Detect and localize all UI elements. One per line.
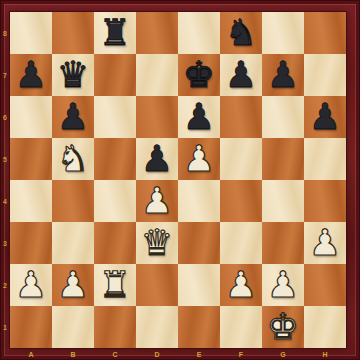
file-label-h: H xyxy=(304,348,346,360)
square-b2[interactable]: ♟ xyxy=(52,264,94,306)
black-pawn[interactable]: ♟ xyxy=(225,54,257,96)
square-d5[interactable]: ♟ xyxy=(136,138,178,180)
square-c6[interactable] xyxy=(94,96,136,138)
white-pawn[interactable]: ♟ xyxy=(15,264,47,306)
white-pawn[interactable]: ♟ xyxy=(141,180,173,222)
board[interactable]: ♜♞♟♛♚♟♟♟♟♟♞♟♟♟♛♟♟♟♜♟♟♚ xyxy=(10,12,346,348)
black-pawn[interactable]: ♟ xyxy=(57,96,89,138)
square-a8[interactable] xyxy=(10,12,52,54)
square-d1[interactable] xyxy=(136,306,178,348)
square-d3[interactable]: ♛ xyxy=(136,222,178,264)
square-e5[interactable]: ♟ xyxy=(178,138,220,180)
square-h2[interactable] xyxy=(304,264,346,306)
square-g3[interactable] xyxy=(262,222,304,264)
square-d4[interactable]: ♟ xyxy=(136,180,178,222)
rank-label-1: 1 xyxy=(0,306,10,348)
white-pawn[interactable]: ♟ xyxy=(225,264,257,306)
white-pawn[interactable]: ♟ xyxy=(309,222,341,264)
square-h6[interactable]: ♟ xyxy=(304,96,346,138)
square-f1[interactable] xyxy=(220,306,262,348)
black-king[interactable]: ♚ xyxy=(183,54,215,96)
square-b3[interactable] xyxy=(52,222,94,264)
square-b8[interactable] xyxy=(52,12,94,54)
white-pawn[interactable]: ♟ xyxy=(183,138,215,180)
black-rook[interactable]: ♜ xyxy=(99,12,131,54)
black-knight[interactable]: ♞ xyxy=(225,12,257,54)
rank-label-5: 5 xyxy=(0,138,10,180)
square-b4[interactable] xyxy=(52,180,94,222)
square-b1[interactable] xyxy=(52,306,94,348)
square-f3[interactable] xyxy=(220,222,262,264)
black-pawn[interactable]: ♟ xyxy=(141,138,173,180)
file-label-f: F xyxy=(220,348,262,360)
rank-label-3: 3 xyxy=(0,222,10,264)
square-a2[interactable]: ♟ xyxy=(10,264,52,306)
file-labels: A B C D E F G H xyxy=(10,348,346,360)
white-queen[interactable]: ♛ xyxy=(141,222,173,264)
rank-label-2: 2 xyxy=(0,264,10,306)
square-b6[interactable]: ♟ xyxy=(52,96,94,138)
square-a3[interactable] xyxy=(10,222,52,264)
square-d8[interactable] xyxy=(136,12,178,54)
square-f5[interactable] xyxy=(220,138,262,180)
square-g7[interactable]: ♟ xyxy=(262,54,304,96)
file-label-g: G xyxy=(262,348,304,360)
white-pawn[interactable]: ♟ xyxy=(57,264,89,306)
square-c4[interactable] xyxy=(94,180,136,222)
square-h5[interactable] xyxy=(304,138,346,180)
square-h3[interactable]: ♟ xyxy=(304,222,346,264)
square-f4[interactable] xyxy=(220,180,262,222)
square-g1[interactable]: ♚ xyxy=(262,306,304,348)
rank-label-4: 4 xyxy=(0,180,10,222)
black-pawn[interactable]: ♟ xyxy=(183,96,215,138)
black-pawn[interactable]: ♟ xyxy=(15,54,47,96)
file-label-d: D xyxy=(136,348,178,360)
square-h8[interactable] xyxy=(304,12,346,54)
square-e4[interactable] xyxy=(178,180,220,222)
square-a1[interactable] xyxy=(10,306,52,348)
square-a6[interactable] xyxy=(10,96,52,138)
board-frame: 8 7 6 5 4 3 2 1 ♜♞♟♛♚♟♟♟♟♟♞♟♟♟♛♟♟♟♜♟♟♚ A… xyxy=(0,0,360,360)
square-e7[interactable]: ♚ xyxy=(178,54,220,96)
square-a4[interactable] xyxy=(10,180,52,222)
square-c3[interactable] xyxy=(94,222,136,264)
square-e2[interactable] xyxy=(178,264,220,306)
square-e1[interactable] xyxy=(178,306,220,348)
square-f7[interactable]: ♟ xyxy=(220,54,262,96)
square-d7[interactable] xyxy=(136,54,178,96)
file-label-a: A xyxy=(10,348,52,360)
square-b5[interactable]: ♞ xyxy=(52,138,94,180)
square-c1[interactable] xyxy=(94,306,136,348)
square-g4[interactable] xyxy=(262,180,304,222)
square-a7[interactable]: ♟ xyxy=(10,54,52,96)
white-king[interactable]: ♚ xyxy=(267,306,299,348)
square-e3[interactable] xyxy=(178,222,220,264)
square-f2[interactable]: ♟ xyxy=(220,264,262,306)
square-h4[interactable] xyxy=(304,180,346,222)
square-g5[interactable] xyxy=(262,138,304,180)
rank-label-6: 6 xyxy=(0,96,10,138)
rank-label-7: 7 xyxy=(0,54,10,96)
square-d6[interactable] xyxy=(136,96,178,138)
square-c5[interactable] xyxy=(94,138,136,180)
square-c2[interactable]: ♜ xyxy=(94,264,136,306)
file-label-e: E xyxy=(178,348,220,360)
rank-label-8: 8 xyxy=(0,12,10,54)
square-c8[interactable]: ♜ xyxy=(94,12,136,54)
square-f6[interactable] xyxy=(220,96,262,138)
white-rook[interactable]: ♜ xyxy=(99,264,131,306)
black-pawn[interactable]: ♟ xyxy=(267,54,299,96)
square-e6[interactable]: ♟ xyxy=(178,96,220,138)
square-e8[interactable] xyxy=(178,12,220,54)
square-h1[interactable] xyxy=(304,306,346,348)
square-f8[interactable]: ♞ xyxy=(220,12,262,54)
black-queen[interactable]: ♛ xyxy=(57,54,89,96)
white-knight[interactable]: ♞ xyxy=(57,138,89,180)
square-d2[interactable] xyxy=(136,264,178,306)
white-pawn[interactable]: ♟ xyxy=(267,264,299,306)
square-b7[interactable]: ♛ xyxy=(52,54,94,96)
file-label-c: C xyxy=(94,348,136,360)
square-g6[interactable] xyxy=(262,96,304,138)
file-label-b: B xyxy=(52,348,94,360)
square-g2[interactable]: ♟ xyxy=(262,264,304,306)
square-h7[interactable] xyxy=(304,54,346,96)
square-a5[interactable] xyxy=(10,138,52,180)
rank-labels: 8 7 6 5 4 3 2 1 xyxy=(0,12,10,348)
square-c7[interactable] xyxy=(94,54,136,96)
square-g8[interactable] xyxy=(262,12,304,54)
black-pawn[interactable]: ♟ xyxy=(309,96,341,138)
